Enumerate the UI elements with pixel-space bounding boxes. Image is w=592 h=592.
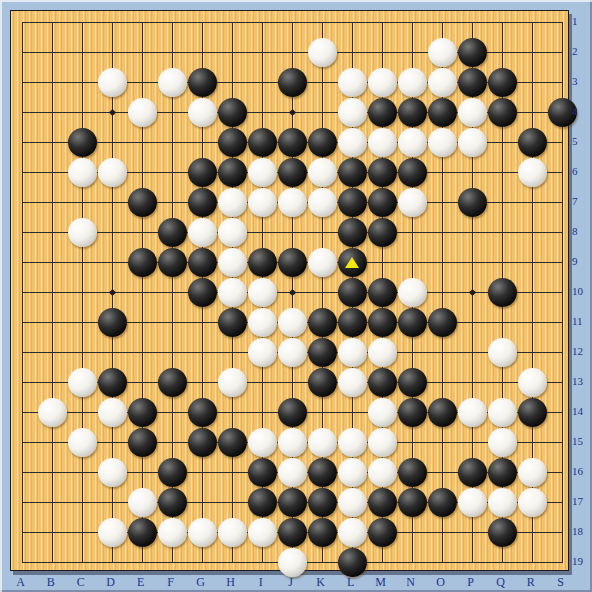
white-stone-L3[interactable]: [338, 68, 367, 97]
black-stone-E7[interactable]: [128, 188, 157, 217]
column-label-L: L: [339, 575, 363, 590]
black-stone-E14[interactable]: [128, 398, 157, 427]
white-stone-L12[interactable]: [338, 338, 367, 367]
black-stone-N16[interactable]: [398, 458, 427, 487]
black-stone-N17[interactable]: [398, 488, 427, 517]
white-stone-I15[interactable]: [248, 428, 277, 457]
row-label-8: 8: [572, 224, 590, 238]
white-stone-G4[interactable]: [188, 98, 217, 127]
black-stone-E15[interactable]: [128, 428, 157, 457]
black-stone-P3[interactable]: [458, 68, 487, 97]
row-label-4: 4: [572, 104, 590, 118]
white-stone-O2[interactable]: [428, 38, 457, 67]
column-label-J: J: [279, 575, 303, 590]
star-point: [289, 109, 296, 116]
white-stone-K2[interactable]: [308, 38, 337, 67]
white-stone-G18[interactable]: [188, 518, 217, 547]
column-label-M: M: [369, 575, 393, 590]
white-stone-J12[interactable]: [278, 338, 307, 367]
black-stone-Q16[interactable]: [488, 458, 517, 487]
white-stone-Q15[interactable]: [488, 428, 517, 457]
black-stone-L19[interactable]: [338, 548, 367, 577]
white-stone-M3[interactable]: [368, 68, 397, 97]
white-stone-M15[interactable]: [368, 428, 397, 457]
white-stone-H7[interactable]: [218, 188, 247, 217]
black-stone-M17[interactable]: [368, 488, 397, 517]
white-stone-J16[interactable]: [278, 458, 307, 487]
white-stone-I7[interactable]: [248, 188, 277, 217]
row-label-17: 17: [572, 494, 590, 508]
white-stone-I11[interactable]: [248, 308, 277, 337]
black-stone-J5[interactable]: [278, 128, 307, 157]
row-label-9: 9: [572, 254, 590, 268]
white-stone-N7[interactable]: [398, 188, 427, 217]
black-stone-E9[interactable]: [128, 248, 157, 277]
white-stone-I6[interactable]: [248, 158, 277, 187]
column-label-C: C: [69, 575, 93, 590]
white-stone-F3[interactable]: [158, 68, 187, 97]
white-stone-P4[interactable]: [458, 98, 487, 127]
black-stone-I5[interactable]: [248, 128, 277, 157]
row-label-18: 18: [572, 524, 590, 538]
white-stone-L5[interactable]: [338, 128, 367, 157]
column-label-K: K: [309, 575, 333, 590]
black-stone-F17[interactable]: [158, 488, 187, 517]
white-stone-E4[interactable]: [128, 98, 157, 127]
row-label-10: 10: [572, 284, 590, 298]
black-stone-O4[interactable]: [428, 98, 457, 127]
row-label-16: 16: [572, 464, 590, 478]
white-stone-K9[interactable]: [308, 248, 337, 277]
white-stone-L16[interactable]: [338, 458, 367, 487]
white-stone-L4[interactable]: [338, 98, 367, 127]
black-stone-C5[interactable]: [68, 128, 97, 157]
white-stone-P17[interactable]: [458, 488, 487, 517]
column-label-F: F: [159, 575, 183, 590]
black-stone-L11[interactable]: [338, 308, 367, 337]
black-stone-N14[interactable]: [398, 398, 427, 427]
black-stone-E18[interactable]: [128, 518, 157, 547]
black-stone-M13[interactable]: [368, 368, 397, 397]
white-stone-L13[interactable]: [338, 368, 367, 397]
star-point: [109, 289, 116, 296]
black-stone-F13[interactable]: [158, 368, 187, 397]
black-stone-J6[interactable]: [278, 158, 307, 187]
white-stone-M16[interactable]: [368, 458, 397, 487]
column-label-A: A: [9, 575, 33, 590]
column-label-H: H: [219, 575, 243, 590]
white-stone-E17[interactable]: [128, 488, 157, 517]
white-stone-P5[interactable]: [458, 128, 487, 157]
row-label-13: 13: [572, 374, 590, 388]
black-stone-G15[interactable]: [188, 428, 217, 457]
row-label-7: 7: [572, 194, 590, 208]
row-label-19: 19: [572, 554, 590, 568]
black-stone-J14[interactable]: [278, 398, 307, 427]
white-stone-D3[interactable]: [98, 68, 127, 97]
white-stone-L15[interactable]: [338, 428, 367, 457]
black-stone-P2[interactable]: [458, 38, 487, 67]
white-stone-D14[interactable]: [98, 398, 127, 427]
black-stone-K5[interactable]: [308, 128, 337, 157]
column-label-E: E: [129, 575, 153, 590]
column-label-N: N: [399, 575, 423, 590]
black-stone-N4[interactable]: [398, 98, 427, 127]
black-stone-F8[interactable]: [158, 218, 187, 247]
white-stone-M12[interactable]: [368, 338, 397, 367]
white-stone-H9[interactable]: [218, 248, 247, 277]
white-stone-D16[interactable]: [98, 458, 127, 487]
black-stone-M4[interactable]: [368, 98, 397, 127]
white-stone-J7[interactable]: [278, 188, 307, 217]
go-board[interactable]: [10, 10, 569, 571]
black-stone-H15[interactable]: [218, 428, 247, 457]
black-stone-J17[interactable]: [278, 488, 307, 517]
white-stone-C8[interactable]: [68, 218, 97, 247]
black-stone-M7[interactable]: [368, 188, 397, 217]
white-stone-I12[interactable]: [248, 338, 277, 367]
black-stone-O17[interactable]: [428, 488, 457, 517]
column-label-D: D: [99, 575, 123, 590]
black-stone-G7[interactable]: [188, 188, 217, 217]
white-stone-O5[interactable]: [428, 128, 457, 157]
white-stone-N10[interactable]: [398, 278, 427, 307]
white-stone-R13[interactable]: [518, 368, 547, 397]
row-label-11: 11: [572, 314, 590, 328]
white-stone-N3[interactable]: [398, 68, 427, 97]
black-stone-L7[interactable]: [338, 188, 367, 217]
black-stone-Q3[interactable]: [488, 68, 517, 97]
white-stone-P14[interactable]: [458, 398, 487, 427]
black-stone-F9[interactable]: [158, 248, 187, 277]
black-stone-M8[interactable]: [368, 218, 397, 247]
black-stone-Q18[interactable]: [488, 518, 517, 547]
white-stone-M5[interactable]: [368, 128, 397, 157]
white-stone-J15[interactable]: [278, 428, 307, 457]
black-stone-K17[interactable]: [308, 488, 337, 517]
black-stone-K11[interactable]: [308, 308, 337, 337]
white-stone-L18[interactable]: [338, 518, 367, 547]
black-stone-J18[interactable]: [278, 518, 307, 547]
black-stone-M11[interactable]: [368, 308, 397, 337]
row-label-14: 14: [572, 404, 590, 418]
black-stone-L8[interactable]: [338, 218, 367, 247]
black-stone-I9[interactable]: [248, 248, 277, 277]
column-label-R: R: [519, 575, 543, 590]
black-stone-F16[interactable]: [158, 458, 187, 487]
black-stone-R14[interactable]: [518, 398, 547, 427]
white-stone-G8[interactable]: [188, 218, 217, 247]
black-stone-K13[interactable]: [308, 368, 337, 397]
black-stone-N13[interactable]: [398, 368, 427, 397]
black-stone-K16[interactable]: [308, 458, 337, 487]
white-stone-C15[interactable]: [68, 428, 97, 457]
black-stone-N6[interactable]: [398, 158, 427, 187]
white-stone-C13[interactable]: [68, 368, 97, 397]
white-stone-H10[interactable]: [218, 278, 247, 307]
white-stone-J11[interactable]: [278, 308, 307, 337]
black-stone-L10[interactable]: [338, 278, 367, 307]
white-stone-R16[interactable]: [518, 458, 547, 487]
white-stone-C6[interactable]: [68, 158, 97, 187]
column-label-I: I: [249, 575, 273, 590]
black-stone-I17[interactable]: [248, 488, 277, 517]
black-stone-O11[interactable]: [428, 308, 457, 337]
white-stone-L17[interactable]: [338, 488, 367, 517]
black-stone-G6[interactable]: [188, 158, 217, 187]
black-stone-K12[interactable]: [308, 338, 337, 367]
white-stone-Q17[interactable]: [488, 488, 517, 517]
black-stone-R5[interactable]: [518, 128, 547, 157]
white-stone-J19[interactable]: [278, 548, 307, 577]
row-label-3: 3: [572, 74, 590, 88]
black-stone-K18[interactable]: [308, 518, 337, 547]
black-stone-D13[interactable]: [98, 368, 127, 397]
star-point: [469, 289, 476, 296]
black-stone-H4[interactable]: [218, 98, 247, 127]
white-stone-D6[interactable]: [98, 158, 127, 187]
black-stone-P16[interactable]: [458, 458, 487, 487]
black-stone-H5[interactable]: [218, 128, 247, 157]
white-stone-F18[interactable]: [158, 518, 187, 547]
column-label-S: S: [549, 575, 573, 590]
column-label-B: B: [39, 575, 63, 590]
row-label-6: 6: [572, 164, 590, 178]
star-point: [109, 109, 116, 116]
white-stone-O3[interactable]: [428, 68, 457, 97]
black-stone-N11[interactable]: [398, 308, 427, 337]
white-stone-H8[interactable]: [218, 218, 247, 247]
black-stone-G3[interactable]: [188, 68, 217, 97]
white-stone-M14[interactable]: [368, 398, 397, 427]
row-label-15: 15: [572, 434, 590, 448]
black-stone-D11[interactable]: [98, 308, 127, 337]
white-stone-K7[interactable]: [308, 188, 337, 217]
black-stone-G10[interactable]: [188, 278, 217, 307]
column-label-O: O: [429, 575, 453, 590]
row-label-1: 1: [572, 14, 590, 28]
black-stone-O14[interactable]: [428, 398, 457, 427]
triangle-marker: [345, 257, 359, 268]
black-stone-M6[interactable]: [368, 158, 397, 187]
row-label-2: 2: [572, 44, 590, 58]
row-label-12: 12: [572, 344, 590, 358]
column-label-Q: Q: [489, 575, 513, 590]
black-stone-H6[interactable]: [218, 158, 247, 187]
black-stone-Q4[interactable]: [488, 98, 517, 127]
black-stone-G9[interactable]: [188, 248, 217, 277]
white-stone-K6[interactable]: [308, 158, 337, 187]
column-label-P: P: [459, 575, 483, 590]
white-stone-K15[interactable]: [308, 428, 337, 457]
black-stone-J3[interactable]: [278, 68, 307, 97]
white-stone-N5[interactable]: [398, 128, 427, 157]
white-stone-I18[interactable]: [248, 518, 277, 547]
white-stone-B14[interactable]: [38, 398, 67, 427]
white-stone-Q14[interactable]: [488, 398, 517, 427]
star-point: [289, 289, 296, 296]
white-stone-R6[interactable]: [518, 158, 547, 187]
white-stone-D18[interactable]: [98, 518, 127, 547]
black-stone-L6[interactable]: [338, 158, 367, 187]
black-stone-M10[interactable]: [368, 278, 397, 307]
white-stone-H13[interactable]: [218, 368, 247, 397]
black-stone-H11[interactable]: [218, 308, 247, 337]
black-stone-M18[interactable]: [368, 518, 397, 547]
black-stone-P7[interactable]: [458, 188, 487, 217]
row-label-5: 5: [572, 134, 590, 148]
white-stone-H18[interactable]: [218, 518, 247, 547]
white-stone-Q12[interactable]: [488, 338, 517, 367]
white-stone-I10[interactable]: [248, 278, 277, 307]
column-label-G: G: [189, 575, 213, 590]
go-board-window: ABCDEFGHIJKLMNOPQRS 12345678910111213141…: [0, 0, 592, 592]
black-stone-I16[interactable]: [248, 458, 277, 487]
black-stone-J9[interactable]: [278, 248, 307, 277]
white-stone-R17[interactable]: [518, 488, 547, 517]
black-stone-G14[interactable]: [188, 398, 217, 427]
black-stone-Q10[interactable]: [488, 278, 517, 307]
